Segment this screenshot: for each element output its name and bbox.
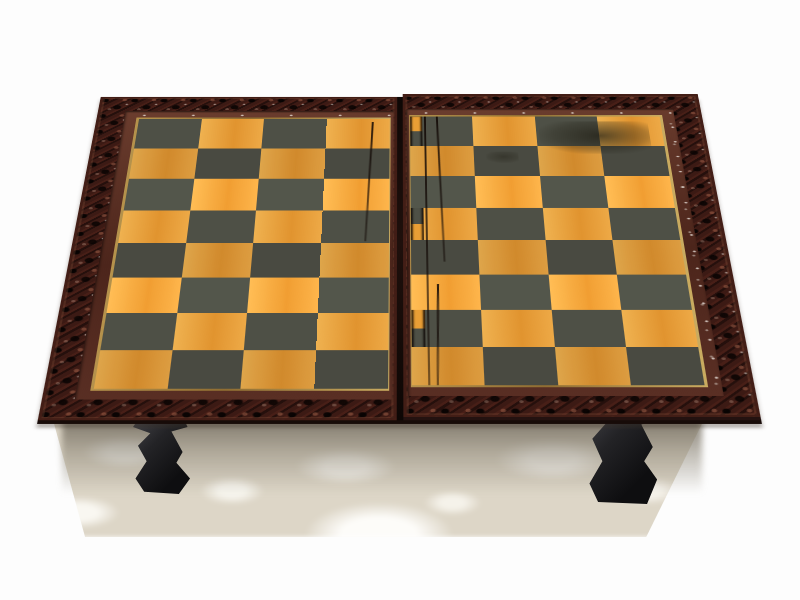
board-square[interactable]: [177, 277, 250, 313]
board-square[interactable]: [94, 350, 172, 389]
board-square[interactable]: [543, 207, 613, 240]
board-square[interactable]: [256, 179, 324, 211]
board-grid-right: [410, 117, 705, 386]
board-square[interactable]: [325, 119, 389, 148]
board-square[interactable]: [129, 148, 198, 178]
board-square[interactable]: [113, 243, 186, 277]
board-square[interactable]: [474, 146, 540, 176]
gold-fillet-right: [409, 115, 708, 387]
board-square[interactable]: [318, 277, 389, 313]
board-square[interactable]: [253, 210, 322, 243]
board-square[interactable]: [545, 240, 617, 274]
board-square[interactable]: [551, 310, 626, 347]
board-square[interactable]: [410, 146, 475, 176]
board-grid-left: [94, 119, 389, 389]
photo-scene: [0, 0, 800, 600]
board-square[interactable]: [605, 176, 675, 207]
board-square[interactable]: [322, 179, 388, 211]
board-square[interactable]: [548, 274, 621, 309]
board-square[interactable]: [319, 243, 388, 277]
board-square[interactable]: [535, 117, 601, 146]
board-square[interactable]: [100, 313, 177, 350]
board-square[interactable]: [181, 243, 253, 277]
board-square[interactable]: [259, 148, 325, 178]
board-square[interactable]: [472, 117, 537, 146]
board-square[interactable]: [476, 207, 545, 240]
board-square[interactable]: [186, 210, 256, 243]
board-square[interactable]: [540, 176, 609, 207]
board-square[interactable]: [316, 313, 388, 350]
board-square[interactable]: [597, 117, 664, 146]
board-square[interactable]: [167, 350, 244, 389]
board-square[interactable]: [314, 350, 388, 389]
board-square[interactable]: [626, 347, 704, 386]
board-square[interactable]: [537, 146, 605, 176]
board-square[interactable]: [411, 274, 481, 309]
board-square[interactable]: [241, 350, 316, 389]
board-square[interactable]: [244, 313, 318, 350]
board-square[interactable]: [411, 347, 485, 386]
board-panel-left: [38, 97, 397, 421]
board-square[interactable]: [250, 243, 321, 277]
board-square[interactable]: [118, 210, 190, 243]
board-square[interactable]: [410, 176, 476, 207]
board-square[interactable]: [321, 210, 389, 243]
board-square[interactable]: [478, 240, 548, 274]
board-square[interactable]: [622, 310, 698, 347]
board-square[interactable]: [324, 148, 389, 178]
board-square[interactable]: [475, 176, 543, 207]
frame-molding-left: [75, 111, 394, 399]
board-square[interactable]: [555, 347, 632, 386]
board-square[interactable]: [480, 274, 552, 309]
folding-board-tabletop: [37, 97, 762, 424]
board-square[interactable]: [194, 148, 262, 178]
board-square[interactable]: [198, 119, 264, 148]
board-square[interactable]: [262, 119, 327, 148]
board-square[interactable]: [247, 277, 319, 313]
wood-crack: [436, 284, 438, 385]
board-square[interactable]: [481, 310, 554, 347]
frame-molding-right: [406, 109, 724, 396]
board-square[interactable]: [172, 313, 247, 350]
board-square[interactable]: [601, 146, 670, 176]
board-square[interactable]: [134, 119, 201, 148]
board-square[interactable]: [124, 179, 194, 211]
board-square[interactable]: [613, 240, 686, 274]
board-square[interactable]: [609, 207, 681, 240]
board-square[interactable]: [190, 179, 259, 211]
board-square[interactable]: [617, 274, 692, 309]
board-square[interactable]: [107, 277, 182, 313]
board-square[interactable]: [483, 347, 558, 386]
board-panel-right: [402, 94, 760, 416]
gold-fillet-left: [90, 118, 390, 391]
